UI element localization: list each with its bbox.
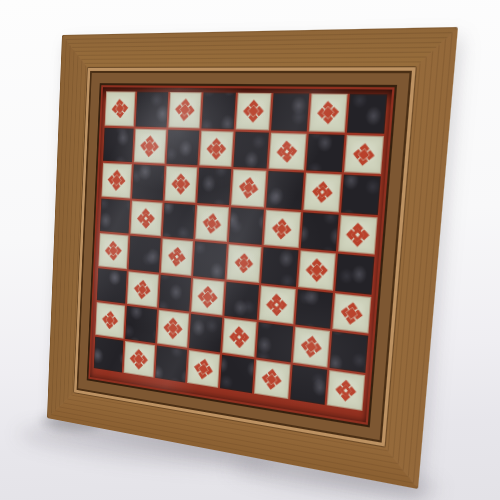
tile-motif-icon	[132, 277, 154, 302]
square-g1	[290, 364, 327, 405]
square-a4	[98, 233, 128, 269]
tile-motif-icon	[275, 137, 300, 164]
tile-motif-icon	[200, 210, 225, 237]
tile-motif-icon	[241, 98, 266, 124]
board	[94, 91, 388, 411]
tile-motif-icon	[161, 315, 184, 342]
tile-motif-icon	[204, 136, 228, 161]
tile-motif-icon	[303, 257, 329, 284]
tile-motif-icon	[110, 96, 130, 120]
tile-motif-icon	[100, 308, 120, 332]
square-a8	[105, 91, 136, 126]
square-g8	[308, 93, 347, 132]
square-b7	[134, 128, 166, 164]
board-glass-panel	[90, 87, 392, 422]
tile-motif-icon	[165, 244, 188, 270]
square-a3	[97, 268, 127, 304]
square-h5	[338, 214, 378, 254]
tile-motif-icon	[337, 298, 366, 328]
square-h1	[326, 369, 365, 410]
square-d8	[201, 92, 236, 129]
square-a7	[103, 127, 134, 162]
square-e7	[233, 131, 269, 169]
square-a1	[94, 336, 124, 372]
tile-motif-icon	[191, 354, 217, 383]
tile-motif-icon	[297, 332, 324, 361]
square-b2	[125, 306, 156, 343]
square-c3	[158, 274, 190, 311]
square-e5	[229, 207, 264, 245]
square-c7	[166, 129, 199, 165]
tile-motif-icon	[344, 220, 372, 248]
tile-motif-icon	[227, 325, 251, 350]
tile-motif-icon	[333, 376, 358, 403]
square-h4	[335, 254, 375, 295]
square-b1	[124, 340, 155, 377]
square-d2	[189, 314, 223, 352]
square-f8	[271, 93, 309, 131]
square-a6	[101, 163, 132, 198]
square-h7	[344, 134, 384, 174]
tile-motif-icon	[315, 98, 341, 126]
square-d7	[199, 130, 234, 167]
square-b3	[127, 271, 158, 308]
square-f1	[254, 359, 290, 399]
square-e8	[236, 93, 272, 130]
tile-motif-icon	[309, 179, 335, 206]
square-b4	[129, 236, 160, 272]
square-f2	[257, 322, 293, 362]
square-f6	[266, 171, 303, 210]
square-h2	[329, 331, 368, 372]
square-c6	[164, 166, 197, 202]
square-g3	[295, 289, 333, 329]
square-a2	[95, 302, 125, 338]
square-d6	[197, 167, 231, 204]
square-f3	[259, 285, 295, 324]
square-d1	[187, 349, 220, 387]
square-h8	[347, 94, 388, 133]
tile-motif-icon	[103, 239, 123, 262]
square-h3	[332, 293, 371, 334]
square-b5	[131, 200, 163, 236]
tile-motif-icon	[350, 140, 378, 168]
square-e2	[222, 318, 257, 357]
square-d5	[195, 205, 229, 242]
photo-scene	[0, 0, 500, 500]
square-e6	[231, 169, 267, 207]
square-g2	[292, 327, 330, 367]
tile-motif-icon	[233, 251, 256, 276]
tile-motif-icon	[106, 168, 128, 194]
square-a5	[100, 198, 131, 233]
square-e4	[227, 244, 262, 282]
square-b8	[136, 92, 168, 127]
square-d4	[193, 241, 227, 279]
square-g6	[303, 173, 342, 212]
tile-motif-icon	[129, 346, 150, 372]
square-c1	[155, 345, 187, 383]
square-b6	[132, 164, 164, 200]
square-f5	[264, 209, 301, 248]
square-c8	[168, 92, 201, 128]
square-c2	[157, 310, 189, 348]
square-h6	[341, 175, 381, 215]
square-e1	[220, 354, 255, 393]
square-f7	[269, 132, 306, 170]
tile-motif-icon	[259, 365, 285, 393]
square-c5	[162, 202, 195, 239]
framed-game-board	[47, 27, 458, 489]
tile-motif-icon	[170, 172, 192, 196]
tile-motif-icon	[136, 206, 157, 230]
square-g5	[300, 212, 338, 252]
tile-motif-icon	[172, 96, 197, 124]
tile-motif-icon	[195, 283, 219, 311]
square-e3	[224, 281, 259, 320]
square-g4	[298, 250, 336, 290]
square-c4	[160, 238, 193, 275]
tile-motif-icon	[265, 291, 290, 317]
square-d3	[191, 278, 225, 316]
square-g7	[306, 133, 345, 172]
square-f4	[261, 247, 298, 286]
tile-motif-icon	[138, 133, 162, 160]
tile-motif-icon	[270, 216, 295, 242]
tile-motif-icon	[236, 174, 262, 202]
